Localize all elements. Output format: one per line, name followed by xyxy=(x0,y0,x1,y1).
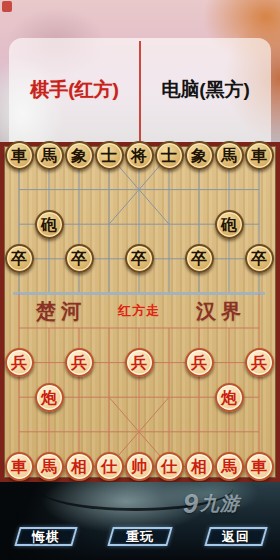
piece-red-soldier[interactable]: 兵 xyxy=(5,348,34,377)
piece-black-horse[interactable]: 馬 xyxy=(35,141,64,170)
piece-black-soldier[interactable]: 卒 xyxy=(125,244,154,273)
turn-indicator: 红方走 xyxy=(99,303,179,319)
piece-black-chariot[interactable]: 車 xyxy=(5,141,34,170)
piece-black-general[interactable]: 将 xyxy=(125,141,154,170)
piece-black-soldier[interactable]: 卒 xyxy=(5,244,34,273)
river-label-han-jie: 汉界 xyxy=(193,298,249,324)
black-player-label: 电脑(黑方) xyxy=(161,77,250,103)
piece-red-cannon[interactable]: 炮 xyxy=(35,383,64,412)
piece-red-cannon[interactable]: 炮 xyxy=(215,383,244,412)
piece-red-soldier[interactable]: 兵 xyxy=(65,348,94,377)
piece-red-soldier[interactable]: 兵 xyxy=(245,348,274,377)
piece-black-elephant[interactable]: 象 xyxy=(65,141,94,170)
red-player-label: 棋手(红方) xyxy=(30,77,119,103)
piece-black-advisor[interactable]: 士 xyxy=(95,141,124,170)
back-button[interactable]: 返回 xyxy=(204,527,267,546)
undo-move-button[interactable]: 悔棋 xyxy=(14,527,77,546)
piece-red-soldier[interactable]: 兵 xyxy=(185,348,214,377)
board[interactable]: 楚河 红方走 汉界 車馬象士将士象馬車砲砲卒卒卒卒卒兵兵兵兵兵炮炮車馬相仕帅仕相… xyxy=(0,142,280,482)
painting-seal-mark xyxy=(2,1,12,12)
red-player-panel: 棋手(红方) xyxy=(9,38,140,142)
nine-game-logo-text: 九游 xyxy=(200,491,240,517)
undo-move-button-label: 悔棋 xyxy=(32,529,60,544)
piece-red-soldier[interactable]: 兵 xyxy=(125,348,154,377)
header-divider-line xyxy=(139,41,141,142)
piece-black-soldier[interactable]: 卒 xyxy=(65,244,94,273)
piece-black-chariot[interactable]: 車 xyxy=(245,141,274,170)
piece-black-elephant[interactable]: 象 xyxy=(185,141,214,170)
xiangqi-app: 棋手(红方) 电脑(黑方) xyxy=(0,0,280,560)
piece-black-cannon[interactable]: 砲 xyxy=(35,210,64,239)
restart-game-button-label: 重玩 xyxy=(126,529,154,544)
piece-black-advisor[interactable]: 士 xyxy=(155,141,184,170)
piece-black-soldier[interactable]: 卒 xyxy=(185,244,214,273)
back-button-label: 返回 xyxy=(222,529,250,544)
black-player-panel: 电脑(黑方) xyxy=(140,38,271,142)
river-label-chu-he: 楚河 xyxy=(33,298,89,324)
piece-black-cannon[interactable]: 砲 xyxy=(215,210,244,239)
piece-black-soldier[interactable]: 卒 xyxy=(245,244,274,273)
restart-game-button[interactable]: 重玩 xyxy=(107,527,172,546)
piece-red-chariot[interactable]: 車 xyxy=(245,452,274,481)
player-header-panel: 棋手(红方) 电脑(黑方) xyxy=(9,38,271,142)
nine-game-watermark: 9 九游 xyxy=(183,490,240,518)
nine-game-logo-icon: 9 xyxy=(183,490,198,518)
piece-black-horse[interactable]: 馬 xyxy=(215,141,244,170)
piece-red-chariot[interactable]: 車 xyxy=(5,452,34,481)
